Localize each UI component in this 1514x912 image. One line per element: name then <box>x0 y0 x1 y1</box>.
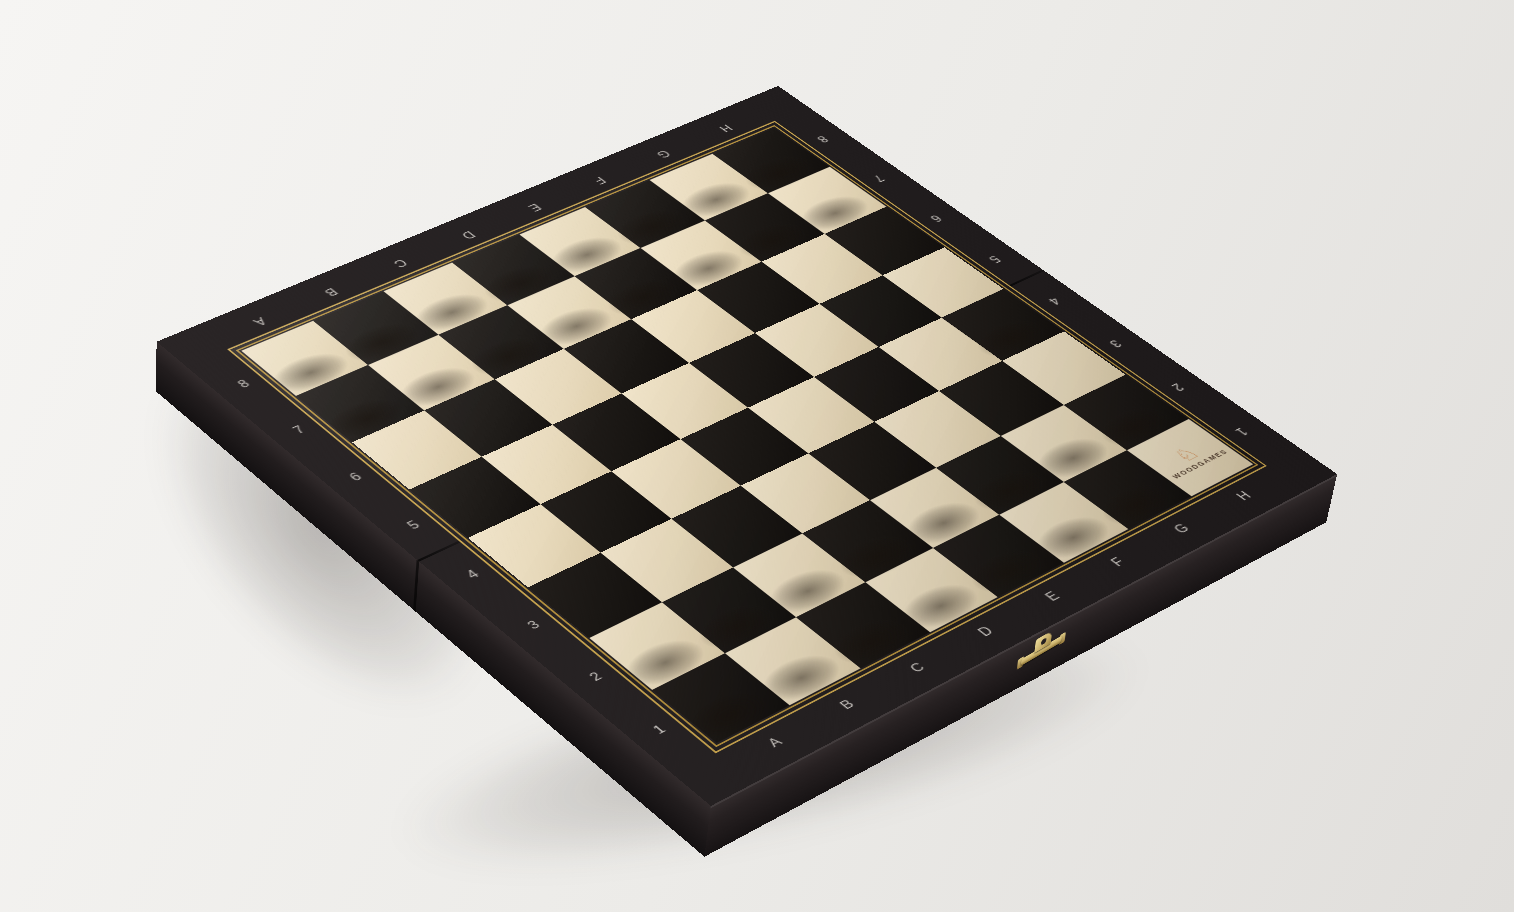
rank-label-left-6: 6 <box>346 471 365 484</box>
square-a1: ♜ <box>652 653 789 743</box>
photo-stage: AA11BB22CC33DD44EE55FF66GG77HH88 ♜♞♝♛♚♝♞… <box>0 0 1514 912</box>
rank-label-left-7: 7 <box>290 424 309 437</box>
product-photo-chess-set: { "game": "chess", "scene_description": … <box>0 0 1514 912</box>
rank-label-left-1: 1 <box>649 722 670 737</box>
rook-glyph: ♜ <box>577 505 948 743</box>
rank-label-left-4: 4 <box>463 568 483 582</box>
fold-seam-side <box>413 559 419 611</box>
fold-seam-left-margin <box>417 541 461 562</box>
rank-label-left-5: 5 <box>404 518 423 531</box>
file-label-near-A: A <box>764 734 786 749</box>
